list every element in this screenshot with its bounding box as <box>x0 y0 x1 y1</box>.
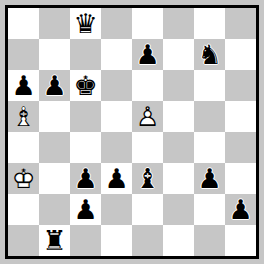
square-a5[interactable]: ♝♗ <box>8 101 39 132</box>
square-c1[interactable] <box>70 225 101 256</box>
king-outline: ♔ <box>11 163 35 194</box>
square-e5[interactable]: ♟♙ <box>132 101 163 132</box>
square-e2[interactable] <box>132 194 163 225</box>
king-glyph: ♚ <box>73 70 97 101</box>
pawn-glyph: ♟ <box>73 163 97 194</box>
square-h8[interactable] <box>225 8 256 39</box>
square-c7[interactable] <box>70 39 101 70</box>
square-d5[interactable] <box>101 101 132 132</box>
square-h6[interactable] <box>225 70 256 101</box>
square-e3[interactable]: ♝ <box>132 163 163 194</box>
square-h4[interactable] <box>225 132 256 163</box>
square-d2[interactable] <box>101 194 132 225</box>
square-c3[interactable]: ♟ <box>70 163 101 194</box>
square-f5[interactable] <box>163 101 194 132</box>
square-a6[interactable]: ♟ <box>8 70 39 101</box>
pawn-glyph: ♟ <box>73 194 97 225</box>
square-b3[interactable] <box>39 163 70 194</box>
square-b4[interactable] <box>39 132 70 163</box>
square-d6[interactable] <box>101 70 132 101</box>
square-g6[interactable] <box>194 70 225 101</box>
square-a1[interactable] <box>8 225 39 256</box>
square-c4[interactable] <box>70 132 101 163</box>
square-b6[interactable]: ♟ <box>39 70 70 101</box>
bishop-glyph: ♝ <box>135 163 159 194</box>
piece-black-pawn-c3[interactable]: ♟ <box>70 163 101 194</box>
square-f1[interactable] <box>163 225 194 256</box>
square-d3[interactable]: ♟ <box>101 163 132 194</box>
piece-black-pawn-g3[interactable]: ♟ <box>194 163 225 194</box>
piece-white-king-a3[interactable]: ♚♔ <box>8 163 39 194</box>
square-f7[interactable] <box>163 39 194 70</box>
square-f3[interactable] <box>163 163 194 194</box>
piece-black-king-c6[interactable]: ♚ <box>70 70 101 101</box>
knight-glyph: ♞ <box>197 39 221 70</box>
square-d4[interactable] <box>101 132 132 163</box>
square-c5[interactable] <box>70 101 101 132</box>
square-e8[interactable] <box>132 8 163 39</box>
square-b2[interactable] <box>39 194 70 225</box>
square-e1[interactable] <box>132 225 163 256</box>
piece-black-pawn-e7[interactable]: ♟ <box>132 39 163 70</box>
piece-black-pawn-c2[interactable]: ♟ <box>70 194 101 225</box>
square-f8[interactable] <box>163 8 194 39</box>
square-f4[interactable] <box>163 132 194 163</box>
pawn-glyph: ♟ <box>135 39 159 70</box>
square-c8[interactable]: ♛ <box>70 8 101 39</box>
square-h5[interactable] <box>225 101 256 132</box>
queen-glyph: ♛ <box>73 8 97 39</box>
square-b1[interactable]: ♜ <box>39 225 70 256</box>
square-a7[interactable] <box>8 39 39 70</box>
square-h2[interactable]: ♟ <box>225 194 256 225</box>
piece-black-pawn-a6[interactable]: ♟ <box>8 70 39 101</box>
square-d8[interactable] <box>101 8 132 39</box>
square-f6[interactable] <box>163 70 194 101</box>
pawn-glyph: ♟ <box>42 70 66 101</box>
pawn-glyph: ♟ <box>197 163 221 194</box>
piece-black-knight-g7[interactable]: ♞ <box>194 39 225 70</box>
square-c6[interactable]: ♚ <box>70 70 101 101</box>
square-b8[interactable] <box>39 8 70 39</box>
square-e4[interactable] <box>132 132 163 163</box>
piece-black-bishop-e3[interactable]: ♝ <box>132 163 163 194</box>
square-d7[interactable] <box>101 39 132 70</box>
square-g3[interactable]: ♟ <box>194 163 225 194</box>
square-h7[interactable] <box>225 39 256 70</box>
piece-white-bishop-a5[interactable]: ♝♗ <box>8 101 39 132</box>
square-a4[interactable] <box>8 132 39 163</box>
square-f2[interactable] <box>163 194 194 225</box>
square-g1[interactable] <box>194 225 225 256</box>
board-frame: ♛♟♞♟♟♚♝♗♟♙♚♔♟♟♝♟♟♟♜ <box>0 0 264 264</box>
square-e6[interactable] <box>132 70 163 101</box>
bishop-outline: ♗ <box>11 101 35 132</box>
piece-black-pawn-h2[interactable]: ♟ <box>225 194 256 225</box>
pawn-outline: ♙ <box>135 101 159 132</box>
square-g4[interactable] <box>194 132 225 163</box>
square-a3[interactable]: ♚♔ <box>8 163 39 194</box>
square-b7[interactable] <box>39 39 70 70</box>
chess-board: ♛♟♞♟♟♚♝♗♟♙♚♔♟♟♝♟♟♟♜ <box>5 5 259 259</box>
square-e7[interactable]: ♟ <box>132 39 163 70</box>
piece-black-pawn-d3[interactable]: ♟ <box>101 163 132 194</box>
piece-black-queen-c8[interactable]: ♛ <box>70 8 101 39</box>
square-a8[interactable] <box>8 8 39 39</box>
pawn-glyph: ♟ <box>104 163 128 194</box>
piece-white-pawn-e5[interactable]: ♟♙ <box>132 101 163 132</box>
pawn-glyph: ♟ <box>11 70 35 101</box>
square-g7[interactable]: ♞ <box>194 39 225 70</box>
square-d1[interactable] <box>101 225 132 256</box>
square-g8[interactable] <box>194 8 225 39</box>
square-g5[interactable] <box>194 101 225 132</box>
square-g2[interactable] <box>194 194 225 225</box>
square-h3[interactable] <box>225 163 256 194</box>
square-c2[interactable]: ♟ <box>70 194 101 225</box>
piece-black-rook-b1[interactable]: ♜ <box>39 225 70 256</box>
square-h1[interactable] <box>225 225 256 256</box>
piece-black-pawn-b6[interactable]: ♟ <box>39 70 70 101</box>
pawn-glyph: ♟ <box>228 194 252 225</box>
square-a2[interactable] <box>8 194 39 225</box>
rook-glyph: ♜ <box>42 225 66 256</box>
square-b5[interactable] <box>39 101 70 132</box>
